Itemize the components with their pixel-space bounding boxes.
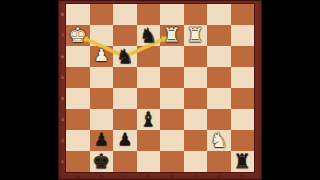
file-label-e: e	[160, 173, 184, 180]
square-h5[interactable]	[231, 67, 255, 88]
rank-label-2: 2	[59, 130, 66, 151]
file-label-g: g	[207, 173, 231, 180]
piece-black-rook-h1[interactable]: ♜	[231, 150, 255, 171]
chess-board[interactable]: ♚♞♜♜♟♞♝♟♟♞♚♜	[66, 4, 254, 172]
square-b7[interactable]	[90, 25, 114, 46]
square-e6[interactable]	[160, 46, 184, 67]
square-a4[interactable]	[66, 88, 90, 109]
square-c3[interactable]	[113, 109, 137, 130]
square-h3[interactable]	[231, 109, 255, 130]
square-g1[interactable]	[207, 151, 231, 172]
piece-black-knight-d7[interactable]: ♞	[137, 24, 161, 45]
square-d1[interactable]	[137, 151, 161, 172]
piece-black-bishop-d3[interactable]: ♝	[137, 108, 161, 129]
file-label-d: d	[137, 173, 161, 180]
square-f1[interactable]	[184, 151, 208, 172]
square-g4[interactable]	[207, 88, 231, 109]
video-frame: ♚♞♜♜♟♞♝♟♟♞♚♜ 87654321abcdefgh	[0, 0, 320, 180]
square-e2[interactable]	[160, 130, 184, 151]
square-e1[interactable]	[160, 151, 184, 172]
square-e4[interactable]	[160, 88, 184, 109]
square-h7[interactable]	[231, 25, 255, 46]
piece-black-knight-c6[interactable]: ♞	[113, 45, 137, 66]
square-b3[interactable]	[90, 109, 114, 130]
rank-label-1: 1	[59, 151, 66, 172]
square-f6[interactable]	[184, 46, 208, 67]
piece-white-rook-e7[interactable]: ♜	[160, 24, 184, 45]
square-f3[interactable]	[184, 109, 208, 130]
square-c5[interactable]	[113, 67, 137, 88]
square-g6[interactable]	[207, 46, 231, 67]
square-a2[interactable]	[66, 130, 90, 151]
piece-black-pawn-b2[interactable]: ♟	[90, 129, 114, 150]
file-label-f: f	[184, 173, 208, 180]
square-a5[interactable]	[66, 67, 90, 88]
piece-white-rook-f7[interactable]: ♜	[184, 24, 208, 45]
square-b4[interactable]	[90, 88, 114, 109]
file-label-a: a	[66, 173, 90, 180]
square-d2[interactable]	[137, 130, 161, 151]
square-e5[interactable]	[160, 67, 184, 88]
square-b8[interactable]	[90, 4, 114, 25]
square-b5[interactable]	[90, 67, 114, 88]
square-g5[interactable]	[207, 67, 231, 88]
square-d5[interactable]	[137, 67, 161, 88]
square-f5[interactable]	[184, 67, 208, 88]
rank-label-3: 3	[59, 109, 66, 130]
square-c1[interactable]	[113, 151, 137, 172]
rank-label-8: 8	[59, 4, 66, 25]
rank-label-6: 6	[59, 46, 66, 67]
rank-label-7: 7	[59, 25, 66, 46]
square-f2[interactable]	[184, 130, 208, 151]
square-c8[interactable]	[113, 4, 137, 25]
rank-label-4: 4	[59, 88, 66, 109]
piece-black-pawn-c2[interactable]: ♟	[113, 129, 137, 150]
square-c4[interactable]	[113, 88, 137, 109]
square-a1[interactable]	[66, 151, 90, 172]
square-h6[interactable]	[231, 46, 255, 67]
file-label-h: h	[231, 173, 255, 180]
square-e3[interactable]	[160, 109, 184, 130]
square-h4[interactable]	[231, 88, 255, 109]
letterbox-bar-left	[0, 0, 58, 180]
rank-label-5: 5	[59, 67, 66, 88]
file-label-c: c	[113, 173, 137, 180]
square-h8[interactable]	[231, 4, 255, 25]
square-a3[interactable]	[66, 109, 90, 130]
square-d6[interactable]	[137, 46, 161, 67]
square-g7[interactable]	[207, 25, 231, 46]
letterbox-bar-right	[262, 0, 320, 180]
piece-white-pawn-b6[interactable]: ♟	[90, 45, 114, 66]
square-g8[interactable]	[207, 4, 231, 25]
square-f4[interactable]	[184, 88, 208, 109]
square-a6[interactable]	[66, 46, 90, 67]
piece-black-king-b1[interactable]: ♚	[90, 150, 114, 171]
piece-white-king-a7[interactable]: ♚	[66, 24, 90, 45]
piece-white-knight-g2[interactable]: ♞	[207, 129, 231, 150]
file-label-b: b	[90, 173, 114, 180]
